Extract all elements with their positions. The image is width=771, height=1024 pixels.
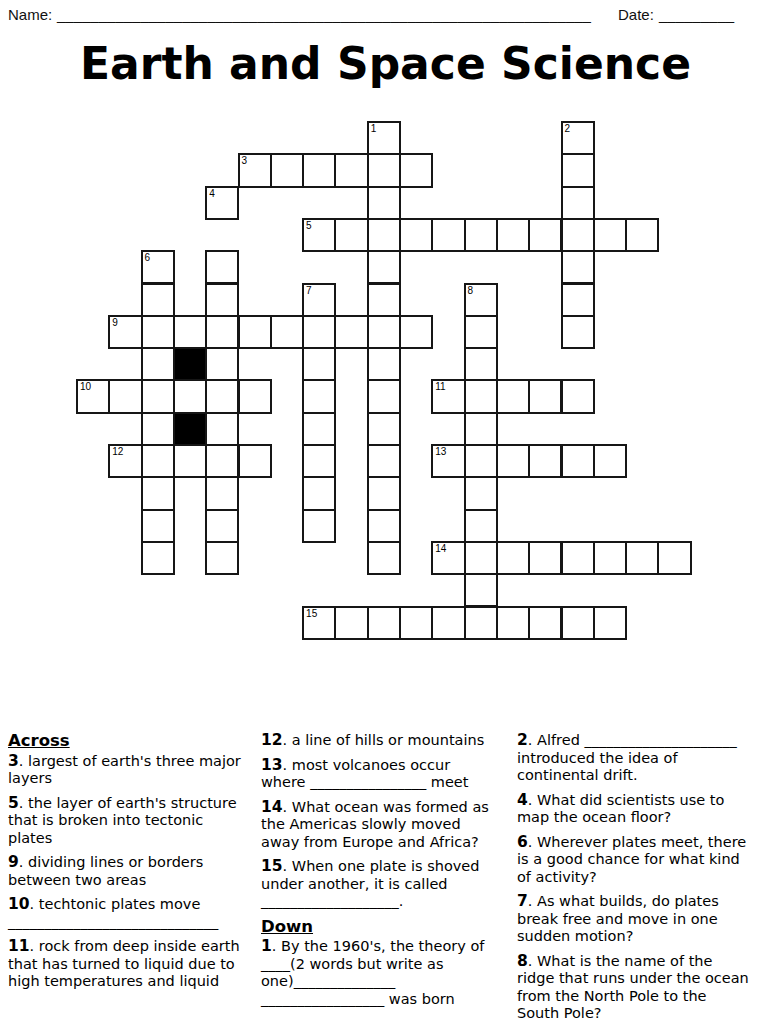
cell-r10-c3[interactable] xyxy=(173,444,207,478)
cell-r13-c16[interactable] xyxy=(593,541,627,575)
cell-r12-c12[interactable] xyxy=(464,509,498,543)
cell-r6-c7[interactable] xyxy=(302,315,336,349)
cell-r13-c11[interactable]: 14 xyxy=(431,541,465,575)
cell-r6-c6[interactable] xyxy=(270,315,304,349)
cell-r5-c4[interactable] xyxy=(205,283,239,317)
cell-r8-c2[interactable] xyxy=(141,379,175,413)
cell-r1-c5[interactable]: 3 xyxy=(238,153,272,187)
cell-r13-c13[interactable] xyxy=(496,541,530,575)
cell-r15-c12[interactable] xyxy=(464,606,498,640)
clue-across-10: 10. techtonic plates move ______________… xyxy=(8,896,241,931)
cell-r5-c15[interactable] xyxy=(561,283,595,317)
clue-across-3: 3. largest of earth's three major layers xyxy=(8,753,241,788)
cell-r0-c9[interactable]: 1 xyxy=(367,121,401,155)
clue-column-middle: 12. a line of hills or mountains13. most… xyxy=(261,732,494,1015)
cell-r2-c15[interactable] xyxy=(561,186,595,220)
clue-down-1: 1. By the 1960's, the theory of ____(2 w… xyxy=(261,938,494,1008)
cell-r4-c2[interactable]: 6 xyxy=(141,250,175,284)
cell-r6-c10[interactable] xyxy=(399,315,433,349)
cell-r11-c2[interactable] xyxy=(141,476,175,510)
cell-r10-c14[interactable] xyxy=(528,444,562,478)
cell-r9-c2[interactable] xyxy=(141,412,175,446)
cell-r15-c7[interactable]: 15 xyxy=(302,606,336,640)
cell-r3-c16[interactable] xyxy=(593,218,627,252)
cell-r6-c15[interactable] xyxy=(561,315,595,349)
clue-number-15: 15 xyxy=(306,608,317,619)
cell-r13-c15[interactable] xyxy=(561,541,595,575)
cell-r6-c1[interactable]: 9 xyxy=(108,315,142,349)
cell-r6-c5[interactable] xyxy=(238,315,272,349)
cell-r11-c7[interactable] xyxy=(302,476,336,510)
clue-across-13: 13. most volcanoes occur where _________… xyxy=(261,757,494,792)
clue-number-5: 5 xyxy=(306,220,312,231)
clue-across-15: 15. When one plate is shoved under anoth… xyxy=(261,858,494,911)
cell-r15-c8[interactable] xyxy=(334,606,368,640)
cell-r7-c7[interactable] xyxy=(302,347,336,381)
cell-r8-c14[interactable] xyxy=(528,379,562,413)
cell-r8-c9[interactable] xyxy=(367,379,401,413)
across-heading: Across xyxy=(8,732,241,750)
clue-column-down: 2. Alfred _____________________ introduc… xyxy=(517,732,750,1024)
clue-down-4: 4. What did scientists use to map the oc… xyxy=(517,792,750,827)
cell-r6-c9[interactable] xyxy=(367,315,401,349)
cell-r13-c9[interactable] xyxy=(367,541,401,575)
cell-r6-c2[interactable] xyxy=(141,315,175,349)
cell-r15-c13[interactable] xyxy=(496,606,530,640)
cell-r10-c9[interactable] xyxy=(367,444,401,478)
clue-number-14: 14 xyxy=(435,543,446,554)
cell-r6-c12[interactable] xyxy=(464,315,498,349)
cell-r8-c1[interactable] xyxy=(108,379,142,413)
cell-r1-c9[interactable] xyxy=(367,153,401,187)
cell-r15-c10[interactable] xyxy=(399,606,433,640)
cell-r4-c9[interactable] xyxy=(367,250,401,284)
cell-r10-c4[interactable] xyxy=(205,444,239,478)
cell-r7-c2[interactable] xyxy=(141,347,175,381)
clue-across-11: 11. rock from deep inside earth that has… xyxy=(8,938,241,991)
crossword-grid: 123456789101112131415 xyxy=(77,122,691,639)
cell-r3-c11[interactable] xyxy=(431,218,465,252)
clue-across-9: 9. dividing lines or borders between two… xyxy=(8,854,241,889)
worksheet-page: Name: __________________________________… xyxy=(0,0,771,1024)
cell-r8-c3[interactable] xyxy=(173,379,207,413)
cell-r12-c9[interactable] xyxy=(367,509,401,543)
cell-r8-c5[interactable] xyxy=(238,379,272,413)
down-heading: Down xyxy=(261,918,494,936)
cell-r3-c17[interactable] xyxy=(625,218,659,252)
cell-r15-c15[interactable] xyxy=(561,606,595,640)
cell-r1-c8[interactable] xyxy=(334,153,368,187)
cell-r10-c2[interactable] xyxy=(141,444,175,478)
name-blank-line[interactable]: ________________________________________… xyxy=(57,6,591,23)
clue-number-6: 6 xyxy=(145,252,151,263)
clue-down-7: 7. As what builds, do plates break free … xyxy=(517,893,750,946)
cell-r3-c12[interactable] xyxy=(464,218,498,252)
cell-r11-c9[interactable] xyxy=(367,476,401,510)
cell-r8-c13[interactable] xyxy=(496,379,530,413)
clue-down-6: 6. Wherever plates meet, there is a good… xyxy=(517,834,750,887)
cell-r5-c7[interactable]: 7 xyxy=(302,283,336,317)
cell-r13-c2[interactable] xyxy=(141,541,175,575)
clue-number-1: 1 xyxy=(371,123,377,134)
cell-r4-c4[interactable] xyxy=(205,250,239,284)
cell-r3-c13[interactable] xyxy=(496,218,530,252)
clue-column-across: Across3. largest of earth's three major … xyxy=(8,732,241,998)
cell-r0-c15[interactable]: 2 xyxy=(561,121,595,155)
cell-r8-c11[interactable]: 11 xyxy=(431,379,465,413)
cell-r8-c4[interactable] xyxy=(205,379,239,413)
cell-r10-c1[interactable]: 12 xyxy=(108,444,142,478)
cell-r3-c7[interactable]: 5 xyxy=(302,218,336,252)
cell-r2-c4[interactable]: 4 xyxy=(205,186,239,220)
cell-r8-c15[interactable] xyxy=(561,379,595,413)
cell-r13-c12[interactable] xyxy=(464,541,498,575)
cell-r10-c7[interactable] xyxy=(302,444,336,478)
cell-r15-c9[interactable] xyxy=(367,606,401,640)
cell-r15-c16[interactable] xyxy=(593,606,627,640)
clue-across-5: 5. the layer of earth's structure that i… xyxy=(8,795,241,848)
clue-number-9: 9 xyxy=(112,317,118,328)
cell-r7-c12[interactable] xyxy=(464,347,498,381)
cell-r10-c15[interactable] xyxy=(561,444,595,478)
cell-r11-c4[interactable] xyxy=(205,476,239,510)
cell-r3-c15[interactable] xyxy=(561,218,595,252)
cell-r3-c10[interactable] xyxy=(399,218,433,252)
cell-r3-c14[interactable] xyxy=(528,218,562,252)
cell-r5-c9[interactable] xyxy=(367,283,401,317)
cell-r9-c12[interactable] xyxy=(464,412,498,446)
cell-r1-c7[interactable] xyxy=(302,153,336,187)
cell-r11-c12[interactable] xyxy=(464,476,498,510)
cell-r3-c9[interactable] xyxy=(367,218,401,252)
clue-down-2: 2. Alfred _____________________ introduc… xyxy=(517,732,750,785)
cell-r12-c4[interactable] xyxy=(205,509,239,543)
cell-r12-c7[interactable] xyxy=(302,509,336,543)
page-title: Earth and Space Science xyxy=(0,40,771,88)
cell-r14-c12[interactable] xyxy=(464,573,498,607)
black-cell-r9-c3 xyxy=(173,412,207,446)
cell-r13-c4[interactable] xyxy=(205,541,239,575)
cell-r3-c8[interactable] xyxy=(334,218,368,252)
cell-r13-c18[interactable] xyxy=(657,541,691,575)
cell-r10-c5[interactable] xyxy=(238,444,272,478)
cell-r13-c14[interactable] xyxy=(528,541,562,575)
clue-across-14: 14. What ocean was formed as the America… xyxy=(261,799,494,852)
cell-r7-c4[interactable] xyxy=(205,347,239,381)
cell-r7-c9[interactable] xyxy=(367,347,401,381)
clue-number-7: 7 xyxy=(306,285,312,296)
cell-r9-c4[interactable] xyxy=(205,412,239,446)
cell-r15-c11[interactable] xyxy=(431,606,465,640)
cell-r5-c12[interactable]: 8 xyxy=(464,283,498,317)
clue-number-10: 10 xyxy=(80,381,91,392)
clue-number-3: 3 xyxy=(242,155,248,166)
cell-r2-c9[interactable] xyxy=(367,186,401,220)
cell-r9-c7[interactable] xyxy=(302,412,336,446)
clue-number-4: 4 xyxy=(209,188,215,199)
cell-r12-c2[interactable] xyxy=(141,509,175,543)
cell-r8-c7[interactable] xyxy=(302,379,336,413)
clue-number-13: 13 xyxy=(435,446,446,457)
cell-r13-c17[interactable] xyxy=(625,541,659,575)
cell-r1-c6[interactable] xyxy=(270,153,304,187)
cell-r10-c11[interactable]: 13 xyxy=(431,444,465,478)
cell-r6-c4[interactable] xyxy=(205,315,239,349)
cell-r10-c16[interactable] xyxy=(593,444,627,478)
cell-r5-c2[interactable] xyxy=(141,283,175,317)
date-label: Date: xyxy=(618,6,654,23)
clue-across-12: 12. a line of hills or mountains xyxy=(261,732,494,750)
cell-r8-c0[interactable]: 10 xyxy=(76,379,110,413)
name-label: Name: xyxy=(8,6,52,23)
cell-r9-c9[interactable] xyxy=(367,412,401,446)
cell-r6-c3[interactable] xyxy=(173,315,207,349)
cell-r1-c15[interactable] xyxy=(561,153,595,187)
cell-r10-c13[interactable] xyxy=(496,444,530,478)
clue-down-8: 8. What is the name of the ridge that ru… xyxy=(517,953,750,1023)
cell-r8-c12[interactable] xyxy=(464,379,498,413)
date-blank-line[interactable]: _________ xyxy=(659,6,734,23)
clue-number-11: 11 xyxy=(435,381,445,392)
cell-r15-c14[interactable] xyxy=(528,606,562,640)
black-cell-r7-c3 xyxy=(173,347,207,381)
clue-number-8: 8 xyxy=(468,285,474,296)
cell-r6-c8[interactable] xyxy=(334,315,368,349)
clue-number-2: 2 xyxy=(565,123,571,134)
clue-number-12: 12 xyxy=(112,446,123,457)
cell-r4-c15[interactable] xyxy=(561,250,595,284)
cell-r1-c10[interactable] xyxy=(399,153,433,187)
cell-r10-c12[interactable] xyxy=(464,444,498,478)
